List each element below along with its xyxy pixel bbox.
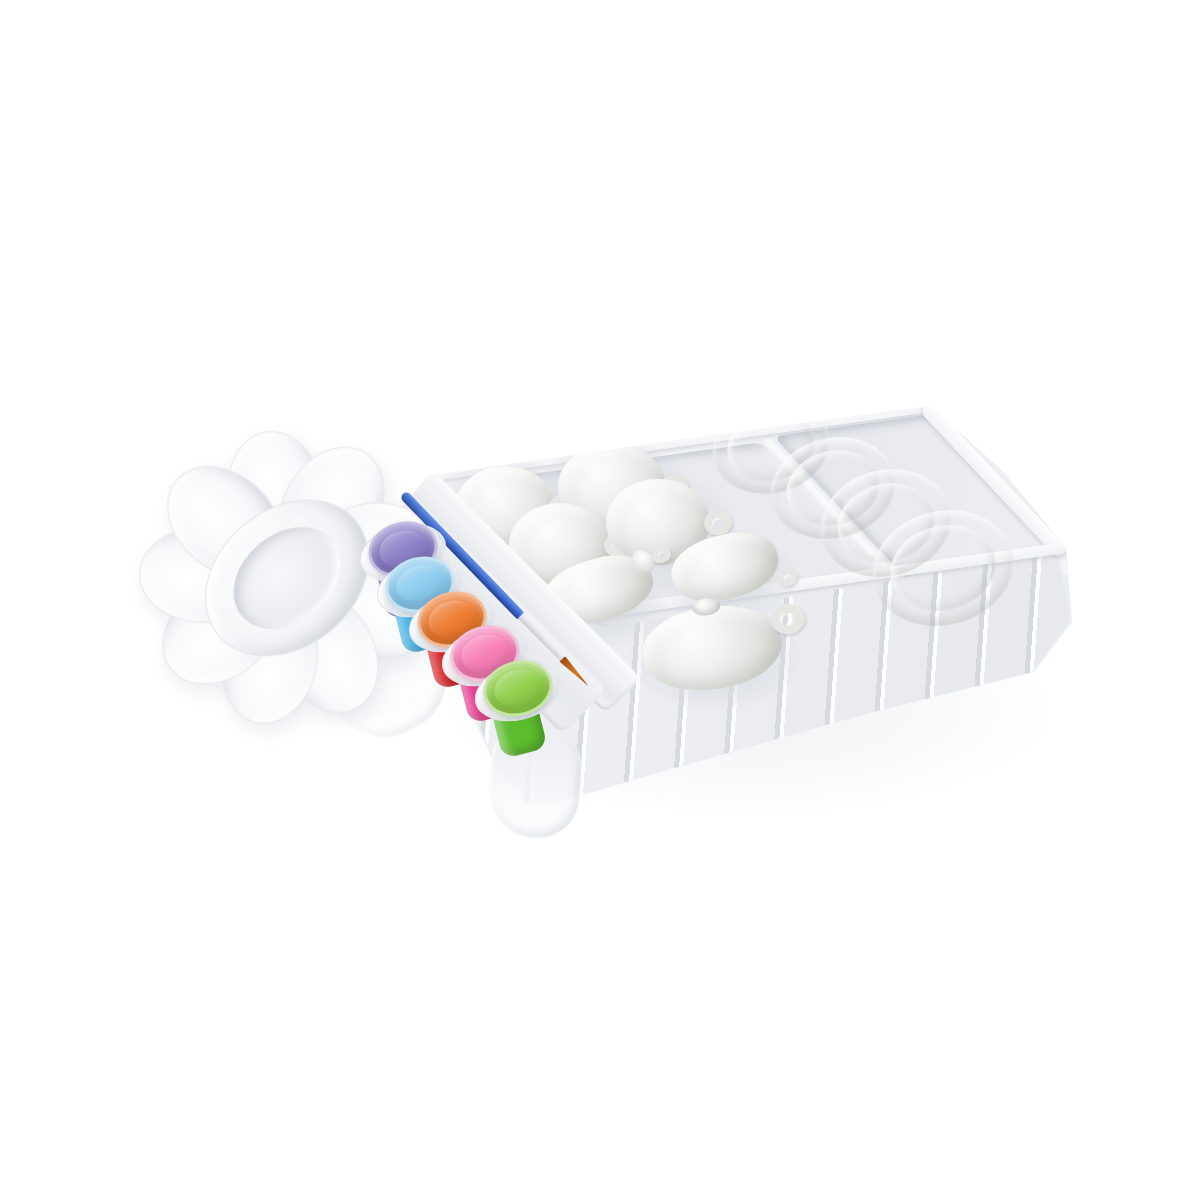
product-photo-scene — [0, 0, 1200, 1200]
